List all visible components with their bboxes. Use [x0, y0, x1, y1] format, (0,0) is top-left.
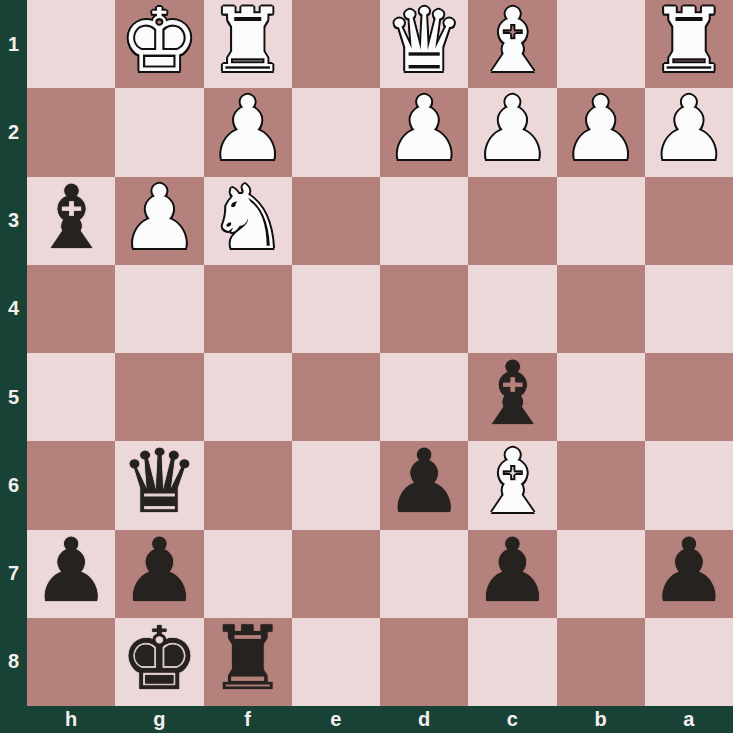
- square-e2[interactable]: [292, 88, 380, 176]
- rank-label-2: 2: [0, 88, 27, 176]
- white-bishop[interactable]: ♝: [473, 0, 552, 85]
- white-king[interactable]: ♚: [120, 0, 199, 85]
- black-king[interactable]: ♚: [120, 615, 199, 703]
- square-b4[interactable]: [557, 265, 645, 353]
- white-rook[interactable]: ♜: [649, 0, 728, 85]
- square-b6[interactable]: [557, 441, 645, 529]
- white-rook[interactable]: ♜: [208, 0, 287, 85]
- white-pawn[interactable]: ♟: [561, 85, 640, 173]
- square-g5[interactable]: [115, 353, 203, 441]
- black-pawn[interactable]: ♟: [385, 438, 464, 526]
- rank-label-7: 7: [0, 530, 27, 618]
- square-h6[interactable]: [27, 441, 115, 529]
- chessboard-frame: 12345678 ♚♜♛♝♜♟♟♟♟♟♝♟♞♝♛♟♝♟♟♟♟♚♜ hgfedcb…: [0, 0, 733, 733]
- rank-labels: 12345678: [0, 0, 27, 706]
- square-d3[interactable]: [380, 177, 468, 265]
- square-c7[interactable]: ♟: [468, 530, 556, 618]
- square-b8[interactable]: [557, 618, 645, 706]
- square-g8[interactable]: ♚: [115, 618, 203, 706]
- white-knight[interactable]: ♞: [208, 174, 287, 262]
- file-label-g: g: [115, 706, 203, 733]
- white-pawn[interactable]: ♟: [385, 85, 464, 173]
- rank-label-3: 3: [0, 177, 27, 265]
- square-d5[interactable]: [380, 353, 468, 441]
- square-f3[interactable]: ♞: [204, 177, 292, 265]
- square-a5[interactable]: [645, 353, 733, 441]
- square-g4[interactable]: [115, 265, 203, 353]
- square-e4[interactable]: [292, 265, 380, 353]
- white-pawn[interactable]: ♟: [208, 85, 287, 173]
- file-label-a: a: [645, 706, 733, 733]
- black-pawn[interactable]: ♟: [120, 527, 199, 615]
- black-pawn[interactable]: ♟: [649, 527, 728, 615]
- square-h7[interactable]: ♟: [27, 530, 115, 618]
- square-h2[interactable]: [27, 88, 115, 176]
- square-h8[interactable]: [27, 618, 115, 706]
- rank-label-1: 1: [0, 0, 27, 88]
- square-d2[interactable]: ♟: [380, 88, 468, 176]
- square-h4[interactable]: [27, 265, 115, 353]
- square-c4[interactable]: [468, 265, 556, 353]
- square-c8[interactable]: [468, 618, 556, 706]
- square-b3[interactable]: [557, 177, 645, 265]
- square-b7[interactable]: [557, 530, 645, 618]
- square-a8[interactable]: [645, 618, 733, 706]
- square-a6[interactable]: [645, 441, 733, 529]
- square-e8[interactable]: [292, 618, 380, 706]
- square-d4[interactable]: [380, 265, 468, 353]
- file-label-c: c: [468, 706, 556, 733]
- square-a4[interactable]: [645, 265, 733, 353]
- square-c3[interactable]: [468, 177, 556, 265]
- square-e7[interactable]: [292, 530, 380, 618]
- rank-label-4: 4: [0, 265, 27, 353]
- black-pawn[interactable]: ♟: [32, 527, 111, 615]
- square-e1[interactable]: [292, 0, 380, 88]
- square-f1[interactable]: ♜: [204, 0, 292, 88]
- white-queen[interactable]: ♛: [385, 0, 464, 85]
- chess-board: ♚♜♛♝♜♟♟♟♟♟♝♟♞♝♛♟♝♟♟♟♟♚♜: [27, 0, 733, 706]
- white-pawn[interactable]: ♟: [473, 85, 552, 173]
- square-e6[interactable]: [292, 441, 380, 529]
- square-b1[interactable]: [557, 0, 645, 88]
- file-label-f: f: [204, 706, 292, 733]
- square-g1[interactable]: ♚: [115, 0, 203, 88]
- square-h5[interactable]: [27, 353, 115, 441]
- file-label-d: d: [380, 706, 468, 733]
- white-pawn[interactable]: ♟: [649, 85, 728, 173]
- square-h1[interactable]: [27, 0, 115, 88]
- square-g3[interactable]: ♟: [115, 177, 203, 265]
- square-a1[interactable]: ♜: [645, 0, 733, 88]
- file-labels: hgfedcba: [27, 706, 733, 733]
- file-label-e: e: [292, 706, 380, 733]
- file-label-b: b: [557, 706, 645, 733]
- white-pawn[interactable]: ♟: [120, 174, 199, 262]
- square-f5[interactable]: [204, 353, 292, 441]
- rank-label-8: 8: [0, 618, 27, 706]
- black-pawn[interactable]: ♟: [473, 527, 552, 615]
- square-d8[interactable]: [380, 618, 468, 706]
- rank-label-6: 6: [0, 441, 27, 529]
- square-d1[interactable]: ♛: [380, 0, 468, 88]
- square-f8[interactable]: ♜: [204, 618, 292, 706]
- square-e5[interactable]: [292, 353, 380, 441]
- square-f2[interactable]: ♟: [204, 88, 292, 176]
- square-c5[interactable]: ♝: [468, 353, 556, 441]
- square-a3[interactable]: [645, 177, 733, 265]
- square-g6[interactable]: ♛: [115, 441, 203, 529]
- square-d7[interactable]: [380, 530, 468, 618]
- file-label-h: h: [27, 706, 115, 733]
- square-a2[interactable]: ♟: [645, 88, 733, 176]
- black-bishop[interactable]: ♝: [32, 174, 111, 262]
- square-c2[interactable]: ♟: [468, 88, 556, 176]
- square-a7[interactable]: ♟: [645, 530, 733, 618]
- square-g2[interactable]: [115, 88, 203, 176]
- square-f6[interactable]: [204, 441, 292, 529]
- rank-label-5: 5: [0, 353, 27, 441]
- black-rook[interactable]: ♜: [208, 615, 287, 703]
- square-c6[interactable]: ♝: [468, 441, 556, 529]
- square-g7[interactable]: ♟: [115, 530, 203, 618]
- square-e3[interactable]: [292, 177, 380, 265]
- square-h3[interactable]: ♝: [27, 177, 115, 265]
- square-b2[interactable]: ♟: [557, 88, 645, 176]
- black-queen[interactable]: ♛: [120, 438, 199, 526]
- square-f4[interactable]: [204, 265, 292, 353]
- white-bishop[interactable]: ♝: [473, 438, 552, 526]
- square-c1[interactable]: ♝: [468, 0, 556, 88]
- square-b5[interactable]: [557, 353, 645, 441]
- square-f7[interactable]: [204, 530, 292, 618]
- square-d6[interactable]: ♟: [380, 441, 468, 529]
- black-bishop[interactable]: ♝: [473, 350, 552, 438]
